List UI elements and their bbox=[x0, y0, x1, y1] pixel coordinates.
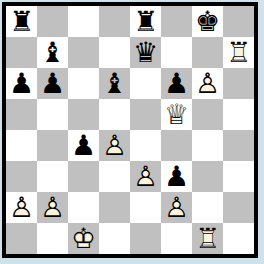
square-g4[interactable] bbox=[192, 130, 223, 161]
black-king: ♚ bbox=[192, 6, 223, 37]
square-a5[interactable] bbox=[6, 99, 37, 130]
square-g1[interactable]: ♜♖ bbox=[192, 223, 223, 254]
square-c1[interactable]: ♚♔ bbox=[68, 223, 99, 254]
black-pawn-glyph: ♟ bbox=[161, 68, 192, 99]
square-c2[interactable] bbox=[68, 192, 99, 223]
black-pawn: ♟ bbox=[68, 130, 99, 161]
square-c6[interactable] bbox=[68, 68, 99, 99]
square-c8[interactable] bbox=[68, 6, 99, 37]
square-a3[interactable] bbox=[6, 161, 37, 192]
square-b3[interactable] bbox=[37, 161, 68, 192]
black-queen: ♛ bbox=[130, 37, 161, 68]
square-a6[interactable]: ♟ bbox=[6, 68, 37, 99]
square-e1[interactable] bbox=[130, 223, 161, 254]
square-d3[interactable] bbox=[99, 161, 130, 192]
black-queen-glyph: ♛ bbox=[130, 37, 161, 68]
square-b4[interactable] bbox=[37, 130, 68, 161]
white-rook: ♜♖ bbox=[192, 223, 223, 254]
black-king-glyph: ♚ bbox=[192, 6, 223, 37]
square-a4[interactable] bbox=[6, 130, 37, 161]
white-king: ♚♔ bbox=[68, 223, 99, 254]
black-pawn-glyph: ♟ bbox=[161, 161, 192, 192]
page-background: ♜♜♚♝♛♜♖♟♟♝♟♟♙♛♕♟♟♙♟♙♟♟♙♟♙♟♙♚♔♜♖ bbox=[0, 0, 264, 264]
black-rook-glyph: ♜ bbox=[130, 6, 161, 37]
square-c7[interactable] bbox=[68, 37, 99, 68]
black-pawn: ♟ bbox=[161, 161, 192, 192]
square-h5[interactable] bbox=[223, 99, 254, 130]
square-e8[interactable]: ♜ bbox=[130, 6, 161, 37]
square-d1[interactable] bbox=[99, 223, 130, 254]
black-pawn-glyph: ♟ bbox=[68, 130, 99, 161]
black-bishop-glyph: ♝ bbox=[99, 68, 130, 99]
white-pawn: ♟♙ bbox=[6, 192, 37, 223]
black-bishop: ♝ bbox=[37, 37, 68, 68]
square-b6[interactable]: ♟ bbox=[37, 68, 68, 99]
white-pawn: ♟♙ bbox=[99, 130, 130, 161]
square-f7[interactable] bbox=[161, 37, 192, 68]
black-rook-glyph: ♜ bbox=[6, 6, 37, 37]
square-b1[interactable] bbox=[37, 223, 68, 254]
white-queen-outline-glyph: ♕ bbox=[161, 99, 192, 130]
black-pawn-glyph: ♟ bbox=[37, 68, 68, 99]
black-bishop-glyph: ♝ bbox=[37, 37, 68, 68]
square-d8[interactable] bbox=[99, 6, 130, 37]
white-pawn: ♟♙ bbox=[192, 68, 223, 99]
square-h8[interactable] bbox=[223, 6, 254, 37]
square-a2[interactable]: ♟♙ bbox=[6, 192, 37, 223]
square-b8[interactable] bbox=[37, 6, 68, 37]
square-g8[interactable]: ♚ bbox=[192, 6, 223, 37]
square-h6[interactable] bbox=[223, 68, 254, 99]
square-d7[interactable] bbox=[99, 37, 130, 68]
white-pawn-outline-glyph: ♙ bbox=[161, 192, 192, 223]
chess-board: ♜♜♚♝♛♜♖♟♟♝♟♟♙♛♕♟♟♙♟♙♟♟♙♟♙♟♙♚♔♜♖ bbox=[2, 2, 258, 258]
square-b2[interactable]: ♟♙ bbox=[37, 192, 68, 223]
square-a7[interactable] bbox=[6, 37, 37, 68]
black-rook: ♜ bbox=[130, 6, 161, 37]
square-g5[interactable] bbox=[192, 99, 223, 130]
square-c3[interactable] bbox=[68, 161, 99, 192]
square-f4[interactable] bbox=[161, 130, 192, 161]
white-pawn-outline-glyph: ♙ bbox=[130, 161, 161, 192]
square-h2[interactable] bbox=[223, 192, 254, 223]
black-rook: ♜ bbox=[6, 6, 37, 37]
square-d6[interactable]: ♝ bbox=[99, 68, 130, 99]
square-f2[interactable]: ♟♙ bbox=[161, 192, 192, 223]
white-pawn-outline-glyph: ♙ bbox=[37, 192, 68, 223]
black-pawn: ♟ bbox=[37, 68, 68, 99]
square-g2[interactable] bbox=[192, 192, 223, 223]
white-pawn-outline-glyph: ♙ bbox=[99, 130, 130, 161]
white-pawn: ♟♙ bbox=[161, 192, 192, 223]
square-e5[interactable] bbox=[130, 99, 161, 130]
black-pawn-glyph: ♟ bbox=[6, 68, 37, 99]
square-f5[interactable]: ♛♕ bbox=[161, 99, 192, 130]
square-h1[interactable] bbox=[223, 223, 254, 254]
square-g3[interactable] bbox=[192, 161, 223, 192]
square-e6[interactable] bbox=[130, 68, 161, 99]
square-d4[interactable]: ♟♙ bbox=[99, 130, 130, 161]
white-rook: ♜♖ bbox=[223, 37, 254, 68]
white-rook-outline-glyph: ♖ bbox=[223, 37, 254, 68]
square-e2[interactable] bbox=[130, 192, 161, 223]
square-e4[interactable] bbox=[130, 130, 161, 161]
square-f3[interactable]: ♟ bbox=[161, 161, 192, 192]
square-c5[interactable] bbox=[68, 99, 99, 130]
square-a8[interactable]: ♜ bbox=[6, 6, 37, 37]
square-h3[interactable] bbox=[223, 161, 254, 192]
square-b7[interactable]: ♝ bbox=[37, 37, 68, 68]
black-bishop: ♝ bbox=[99, 68, 130, 99]
white-king-outline-glyph: ♔ bbox=[68, 223, 99, 254]
square-e7[interactable]: ♛ bbox=[130, 37, 161, 68]
square-a1[interactable] bbox=[6, 223, 37, 254]
square-h7[interactable]: ♜♖ bbox=[223, 37, 254, 68]
square-d5[interactable] bbox=[99, 99, 130, 130]
black-pawn: ♟ bbox=[161, 68, 192, 99]
square-f8[interactable] bbox=[161, 6, 192, 37]
square-g6[interactable]: ♟♙ bbox=[192, 68, 223, 99]
white-queen: ♛♕ bbox=[161, 99, 192, 130]
white-pawn-outline-glyph: ♙ bbox=[192, 68, 223, 99]
square-c4[interactable]: ♟ bbox=[68, 130, 99, 161]
white-pawn-outline-glyph: ♙ bbox=[6, 192, 37, 223]
white-rook-outline-glyph: ♖ bbox=[192, 223, 223, 254]
square-e3[interactable]: ♟♙ bbox=[130, 161, 161, 192]
square-b5[interactable] bbox=[37, 99, 68, 130]
square-d2[interactable] bbox=[99, 192, 130, 223]
black-pawn: ♟ bbox=[6, 68, 37, 99]
square-f6[interactable]: ♟ bbox=[161, 68, 192, 99]
square-f1[interactable] bbox=[161, 223, 192, 254]
square-g7[interactable] bbox=[192, 37, 223, 68]
white-pawn: ♟♙ bbox=[130, 161, 161, 192]
square-h4[interactable] bbox=[223, 130, 254, 161]
white-pawn: ♟♙ bbox=[37, 192, 68, 223]
